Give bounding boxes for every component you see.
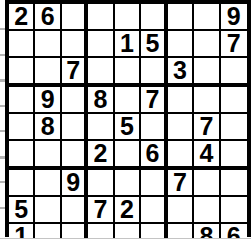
cell-r3c6[interactable] <box>141 58 167 87</box>
row-line-tick <box>0 28 5 30</box>
cell-r8c2[interactable] <box>35 197 61 224</box>
cell-r1c4[interactable] <box>88 4 114 31</box>
cell-r8c3[interactable] <box>62 197 88 224</box>
cell-r1c1[interactable]: 2 <box>9 4 35 31</box>
cell-r3c8[interactable] <box>194 58 220 87</box>
cell-r2c3[interactable] <box>62 31 88 58</box>
cell-r2c6[interactable]: 5 <box>141 31 167 58</box>
cell-r5c6[interactable] <box>141 114 167 141</box>
cell-r3c4[interactable] <box>88 58 114 87</box>
cell-r2c7[interactable] <box>168 31 194 58</box>
cell-r4c3[interactable] <box>62 87 88 114</box>
cell-r9c1[interactable]: 1 <box>9 224 35 239</box>
cell-r8c8[interactable] <box>194 197 220 224</box>
cell-r9c2[interactable] <box>35 224 61 239</box>
cell-r5c2[interactable]: 8 <box>35 114 61 141</box>
cell-r5c3[interactable] <box>62 114 88 141</box>
cell-r2c4[interactable] <box>88 31 114 58</box>
cell-r1c5[interactable] <box>115 4 141 31</box>
cell-r6c7[interactable] <box>168 141 194 170</box>
cell-r4c1[interactable] <box>9 87 35 114</box>
cell-r9c5[interactable] <box>115 224 141 239</box>
cell-r1c2[interactable]: 6 <box>35 4 61 31</box>
cell-r3c7[interactable]: 3 <box>168 58 194 87</box>
cell-r3c1[interactable] <box>9 58 35 87</box>
cell-r6c1[interactable] <box>9 141 35 170</box>
cell-r3c9[interactable] <box>221 58 247 87</box>
cell-r6c8[interactable]: 4 <box>194 141 220 170</box>
cell-r9c6[interactable] <box>141 224 167 239</box>
cell-r8c9[interactable] <box>221 197 247 224</box>
bottom-edge-line <box>0 238 251 239</box>
cell-r5c7[interactable] <box>168 114 194 141</box>
cell-r8c5[interactable]: 2 <box>115 197 141 224</box>
cell-r7c8[interactable] <box>194 170 220 197</box>
cell-r7c9[interactable] <box>221 170 247 197</box>
cell-r4c9[interactable] <box>221 87 247 114</box>
cell-r1c6[interactable] <box>141 4 167 31</box>
cell-r1c8[interactable] <box>194 4 220 31</box>
cell-r6c6[interactable]: 6 <box>141 141 167 170</box>
cell-r2c2[interactable] <box>35 31 61 58</box>
row-line-tick <box>0 207 5 209</box>
cell-r4c7[interactable] <box>168 87 194 114</box>
cell-r7c3[interactable]: 9 <box>62 170 88 197</box>
cell-r4c2[interactable]: 9 <box>35 87 61 114</box>
cell-r6c3[interactable] <box>62 141 88 170</box>
cell-r3c5[interactable] <box>115 58 141 87</box>
cell-r8c4[interactable]: 7 <box>88 197 114 224</box>
cell-r9c9[interactable]: 6 <box>221 224 247 239</box>
cell-r5c1[interactable] <box>9 114 35 141</box>
row-line-tick <box>0 130 5 132</box>
cell-r9c8[interactable]: 8 <box>194 224 220 239</box>
cell-r3c2[interactable] <box>35 58 61 87</box>
cell-r5c9[interactable] <box>221 114 247 141</box>
cell-r4c8[interactable] <box>194 87 220 114</box>
cell-r2c5[interactable]: 1 <box>115 31 141 58</box>
row-line-tick <box>0 105 5 107</box>
row-line-tick <box>0 181 5 183</box>
row-line-tick <box>0 54 5 56</box>
cell-r3c3[interactable]: 7 <box>62 58 88 87</box>
cell-r7c4[interactable] <box>88 170 114 197</box>
cell-r6c5[interactable] <box>115 141 141 170</box>
box-line-tick <box>0 79 5 82</box>
sudoku-board: 2691577398785726497572186 <box>5 0 251 237</box>
cell-r8c7[interactable] <box>168 197 194 224</box>
cell-r2c1[interactable] <box>9 31 35 58</box>
cell-r1c9[interactable]: 9 <box>221 4 247 31</box>
cell-r7c5[interactable] <box>115 170 141 197</box>
cell-r7c2[interactable] <box>35 170 61 197</box>
cell-r4c6[interactable]: 7 <box>141 87 167 114</box>
cell-r6c4[interactable]: 2 <box>88 141 114 170</box>
cell-r7c7[interactable]: 7 <box>168 170 194 197</box>
cell-r2c9[interactable]: 7 <box>221 31 247 58</box>
cell-r8c6[interactable] <box>141 197 167 224</box>
cell-r5c8[interactable]: 7 <box>194 114 220 141</box>
cell-r9c3[interactable] <box>62 224 88 239</box>
cell-r9c7[interactable] <box>168 224 194 239</box>
sudoku-puzzle: 2691577398785726497572186 <box>0 0 251 239</box>
cell-r7c1[interactable] <box>9 170 35 197</box>
cell-r1c7[interactable] <box>168 4 194 31</box>
cell-r4c5[interactable] <box>115 87 141 114</box>
cell-r6c9[interactable] <box>221 141 247 170</box>
cell-r1c3[interactable] <box>62 4 88 31</box>
cell-r6c2[interactable] <box>35 141 61 170</box>
cell-r2c8[interactable] <box>194 31 220 58</box>
cell-r9c4[interactable] <box>88 224 114 239</box>
cell-r4c4[interactable]: 8 <box>88 87 114 114</box>
cell-r5c4[interactable] <box>88 114 114 141</box>
cell-r5c5[interactable]: 5 <box>115 114 141 141</box>
box-line-tick <box>0 156 5 159</box>
cell-r7c6[interactable] <box>141 170 167 197</box>
cell-r8c1[interactable]: 5 <box>9 197 35 224</box>
